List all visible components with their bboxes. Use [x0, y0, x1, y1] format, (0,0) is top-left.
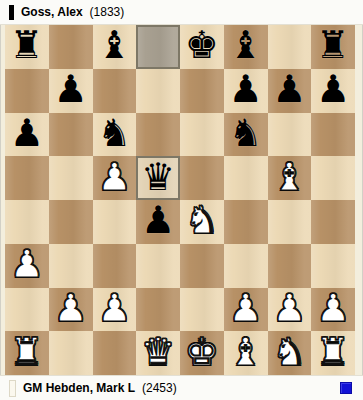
- square-d4[interactable]: ♟: [136, 200, 180, 244]
- piece-black-knight[interactable]: ♞: [229, 114, 263, 155]
- white-color-indicator: [9, 380, 16, 397]
- square-d1[interactable]: ♛: [136, 331, 180, 375]
- piece-black-pawn[interactable]: ♟: [10, 114, 44, 155]
- square-b4[interactable]: [49, 200, 93, 244]
- square-e6[interactable]: [180, 113, 224, 157]
- white-player-bar: GM Hebden, Mark L (2453): [0, 375, 363, 400]
- square-a2[interactable]: [5, 288, 49, 332]
- square-a3[interactable]: ♟: [5, 244, 49, 288]
- piece-white-pawn[interactable]: ♟: [10, 245, 44, 286]
- piece-black-knight[interactable]: ♞: [97, 114, 131, 155]
- square-h7[interactable]: ♟: [311, 69, 355, 113]
- square-e4[interactable]: ♞: [180, 200, 224, 244]
- square-e3[interactable]: [180, 244, 224, 288]
- piece-black-rook[interactable]: ♜: [10, 26, 44, 67]
- square-g4[interactable]: [268, 200, 312, 244]
- square-d5[interactable]: ♛: [136, 156, 180, 200]
- square-b7[interactable]: ♟: [49, 69, 93, 113]
- piece-black-pawn[interactable]: ♟: [141, 201, 175, 242]
- square-b2[interactable]: ♟: [49, 288, 93, 332]
- chess-app-window: Goss, Alex (1833) ♜♝♚♝♜♟♟♟♟♟♞♞♟♛♝♟♞♟♟♟♟♟…: [0, 0, 363, 400]
- black-player-rating: (1833): [90, 5, 125, 19]
- piece-white-bishop[interactable]: ♝: [229, 333, 263, 374]
- square-f7[interactable]: ♟: [224, 69, 268, 113]
- piece-black-pawn[interactable]: ♟: [316, 70, 350, 111]
- square-e7[interactable]: [180, 69, 224, 113]
- square-a8[interactable]: ♜: [5, 25, 49, 69]
- square-b6[interactable]: [49, 113, 93, 157]
- square-e5[interactable]: [180, 156, 224, 200]
- piece-black-pawn[interactable]: ♟: [54, 70, 88, 111]
- square-a4[interactable]: [5, 200, 49, 244]
- square-f1[interactable]: ♝: [224, 331, 268, 375]
- square-g1[interactable]: ♞: [268, 331, 312, 375]
- square-d2[interactable]: [136, 288, 180, 332]
- board-margin: ♜♝♚♝♜♟♟♟♟♟♞♞♟♛♝♟♞♟♟♟♟♟♟♜♛♚♝♞♜: [0, 25, 355, 375]
- white-player-rating: (2453): [142, 381, 177, 395]
- square-h2[interactable]: ♟: [311, 288, 355, 332]
- piece-white-rook[interactable]: ♜: [10, 333, 44, 374]
- piece-white-knight[interactable]: ♞: [185, 201, 219, 242]
- square-c5[interactable]: ♟: [93, 156, 137, 200]
- square-a7[interactable]: [5, 69, 49, 113]
- black-player-bar: Goss, Alex (1833): [0, 0, 363, 25]
- square-g5[interactable]: ♝: [268, 156, 312, 200]
- piece-black-pawn[interactable]: ♟: [272, 70, 306, 111]
- chess-board[interactable]: ♜♝♚♝♜♟♟♟♟♟♞♞♟♛♝♟♞♟♟♟♟♟♟♜♛♚♝♞♜: [5, 25, 355, 375]
- piece-black-king[interactable]: ♚: [185, 26, 219, 67]
- square-h6[interactable]: [311, 113, 355, 157]
- square-h3[interactable]: [311, 244, 355, 288]
- square-d3[interactable]: [136, 244, 180, 288]
- square-f4[interactable]: [224, 200, 268, 244]
- square-a5[interactable]: [5, 156, 49, 200]
- side-to-move-indicator: [340, 382, 352, 394]
- square-f3[interactable]: [224, 244, 268, 288]
- square-g6[interactable]: [268, 113, 312, 157]
- square-d7[interactable]: [136, 69, 180, 113]
- square-a6[interactable]: ♟: [5, 113, 49, 157]
- square-f2[interactable]: ♟: [224, 288, 268, 332]
- square-h1[interactable]: ♜: [311, 331, 355, 375]
- square-c6[interactable]: ♞: [93, 113, 137, 157]
- square-h5[interactable]: [311, 156, 355, 200]
- square-b5[interactable]: [49, 156, 93, 200]
- square-c4[interactable]: [93, 200, 137, 244]
- square-d6[interactable]: [136, 113, 180, 157]
- square-e8[interactable]: ♚: [180, 25, 224, 69]
- square-g8[interactable]: [268, 25, 312, 69]
- square-h8[interactable]: ♜: [311, 25, 355, 69]
- square-b8[interactable]: [49, 25, 93, 69]
- piece-white-pawn[interactable]: ♟: [97, 158, 131, 199]
- square-c1[interactable]: [93, 331, 137, 375]
- piece-white-pawn[interactable]: ♟: [229, 289, 263, 330]
- square-e1[interactable]: ♚: [180, 331, 224, 375]
- piece-black-bishop[interactable]: ♝: [97, 26, 131, 67]
- square-g3[interactable]: [268, 244, 312, 288]
- piece-white-pawn[interactable]: ♟: [54, 289, 88, 330]
- piece-black-bishop[interactable]: ♝: [229, 26, 263, 67]
- white-player-name: GM Hebden, Mark L: [23, 381, 135, 395]
- square-c8[interactable]: ♝: [93, 25, 137, 69]
- black-player-name: Goss, Alex: [21, 5, 83, 19]
- square-f8[interactable]: ♝: [224, 25, 268, 69]
- square-b3[interactable]: [49, 244, 93, 288]
- square-f5[interactable]: [224, 156, 268, 200]
- piece-white-rook[interactable]: ♜: [316, 333, 350, 374]
- piece-black-pawn[interactable]: ♟: [229, 70, 263, 111]
- square-g2[interactable]: ♟: [268, 288, 312, 332]
- square-h4[interactable]: [311, 200, 355, 244]
- piece-white-pawn[interactable]: ♟: [272, 289, 306, 330]
- square-c2[interactable]: ♟: [93, 288, 137, 332]
- square-b1[interactable]: [49, 331, 93, 375]
- square-c3[interactable]: [93, 244, 137, 288]
- piece-black-rook[interactable]: ♜: [316, 26, 350, 67]
- black-color-indicator: [9, 5, 14, 20]
- piece-white-queen[interactable]: ♛: [141, 333, 175, 374]
- square-c7[interactable]: [93, 69, 137, 113]
- square-f6[interactable]: ♞: [224, 113, 268, 157]
- piece-white-king[interactable]: ♚: [185, 333, 219, 374]
- square-g7[interactable]: ♟: [268, 69, 312, 113]
- piece-white-pawn[interactable]: ♟: [316, 289, 350, 330]
- square-d8[interactable]: [136, 25, 180, 69]
- square-a1[interactable]: ♜: [5, 331, 49, 375]
- piece-white-knight[interactable]: ♞: [272, 333, 306, 374]
- piece-black-queen[interactable]: ♛: [141, 158, 175, 199]
- piece-white-pawn[interactable]: ♟: [97, 289, 131, 330]
- square-e2[interactable]: [180, 288, 224, 332]
- piece-white-bishop[interactable]: ♝: [272, 158, 306, 199]
